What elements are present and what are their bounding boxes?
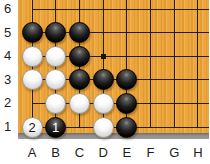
black-stone-A5[interactable]	[22, 22, 43, 43]
black-stone-C5[interactable]	[69, 22, 90, 43]
col-label-H: H	[189, 145, 206, 160]
go-diagram: 12654321ABCDEFGH	[0, 0, 209, 164]
grid-line-col-H	[197, 0, 198, 128]
go-board[interactable]	[18, 0, 209, 133]
white-stone-C2[interactable]	[69, 93, 90, 114]
col-label-F: F	[142, 145, 159, 160]
row-label-1: 1	[0, 119, 15, 134]
col-label-B: B	[47, 145, 64, 160]
black-stone-D3[interactable]	[93, 69, 114, 90]
white-stone-A3[interactable]	[22, 69, 43, 90]
white-stone-D1[interactable]	[93, 117, 114, 138]
white-stone-A4[interactable]	[22, 46, 43, 67]
white-stone-B2[interactable]	[45, 93, 66, 114]
black-stone-B1[interactable]: 1	[45, 117, 66, 138]
row-label-4: 4	[0, 48, 15, 63]
col-label-G: G	[166, 145, 183, 160]
row-label-6: 6	[0, 1, 15, 16]
grid-line-row-6	[32, 9, 210, 10]
white-stone-B4[interactable]	[45, 46, 66, 67]
col-label-D: D	[95, 145, 112, 160]
black-stone-E1[interactable]	[116, 117, 137, 138]
black-stone-C4[interactable]	[69, 46, 90, 67]
row-label-3: 3	[0, 72, 15, 87]
col-label-C: C	[71, 145, 88, 160]
grid-line-col-G	[174, 0, 175, 128]
white-stone-A1[interactable]: 2	[22, 117, 43, 138]
row-label-2: 2	[0, 95, 15, 110]
col-label-E: E	[118, 145, 135, 160]
white-stone-D2[interactable]	[93, 93, 114, 114]
star-point-D4	[101, 54, 106, 59]
row-label-5: 5	[0, 25, 15, 40]
grid-line-col-F	[150, 0, 151, 128]
col-label-A: A	[24, 145, 41, 160]
